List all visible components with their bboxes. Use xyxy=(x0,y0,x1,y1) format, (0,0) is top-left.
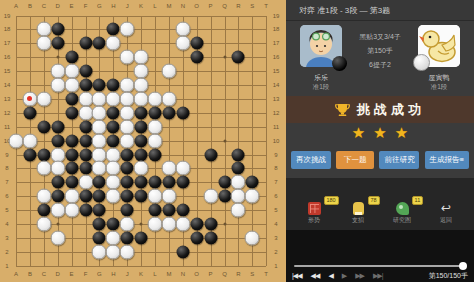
black-stone xyxy=(107,120,120,133)
generate-report-button[interactable]: 生成报告≡ xyxy=(425,151,469,169)
next-problem-button[interactable]: 下一题 xyxy=(336,151,374,169)
white-stone xyxy=(106,175,121,190)
board-coordinate-label: 2 xyxy=(274,249,277,255)
red-board-icon xyxy=(308,202,321,215)
board-coordinate-label: K xyxy=(139,3,143,9)
black-stone xyxy=(79,65,92,78)
board-coordinate-label: 19 xyxy=(273,13,280,19)
star-icon: ★ xyxy=(373,124,386,141)
white-stone xyxy=(36,91,51,106)
white-stone xyxy=(161,91,176,106)
black-stone xyxy=(65,162,78,175)
board-grid-line xyxy=(252,16,253,266)
board-coordinate-label: J xyxy=(126,271,129,277)
challenge-success-text: 挑战成功 xyxy=(357,101,425,119)
black-stone xyxy=(107,106,120,119)
white-stone xyxy=(120,78,135,93)
white-stone xyxy=(134,161,149,176)
white-stone xyxy=(134,91,149,106)
black-stone xyxy=(121,231,134,244)
board-coordinate-label: O xyxy=(194,3,199,9)
black-stone xyxy=(107,218,120,231)
black-stone xyxy=(135,106,148,119)
app-window: AABBCCDDEEFFGGHHJJKKLLMMNNOOPPQQRRSSTT19… xyxy=(0,0,474,282)
komi-label: 黑贴3又3/4子 xyxy=(344,30,416,44)
board-coordinate-label: D xyxy=(56,3,60,9)
star-rating: ★★★ xyxy=(286,124,474,142)
board-coordinate-label: 2 xyxy=(5,249,8,255)
red-board-icon: 180 xyxy=(308,202,321,215)
star-icon: ★ xyxy=(395,124,408,141)
board-coordinate-label: 18 xyxy=(4,26,11,32)
board-coordinate-label: E xyxy=(70,3,74,9)
white-stone xyxy=(36,161,51,176)
board-coordinate-label: B xyxy=(28,271,32,277)
white-stone xyxy=(203,189,218,204)
black-stone xyxy=(79,162,92,175)
white-stone xyxy=(148,217,163,232)
board-coordinate-label: 9 xyxy=(274,152,277,158)
white-stone xyxy=(92,147,107,162)
hoshi-point xyxy=(140,223,143,226)
board-coordinate-label: F xyxy=(84,271,88,277)
retry-button[interactable]: 再次挑战 xyxy=(291,151,331,169)
board-coordinate-label: N xyxy=(181,3,185,9)
info-card: 对弈 准1段 - 3段 — 第3题 xyxy=(286,0,474,178)
captures-label: 6提子2 xyxy=(344,58,416,72)
board-coordinate-label: 11 xyxy=(273,124,279,130)
board-coordinate-label: 3 xyxy=(274,235,277,241)
white-stone xyxy=(36,217,51,232)
white-stone xyxy=(92,244,107,259)
white-stone xyxy=(50,230,65,245)
black-stone xyxy=(190,231,203,244)
white-stone xyxy=(64,78,79,93)
tool-label: 形势 xyxy=(297,217,331,224)
board-coordinate-label: 9 xyxy=(5,152,8,158)
study-diagram-tool[interactable]: 11研究图 xyxy=(385,202,419,224)
white-stone xyxy=(161,161,176,176)
return-arrow-icon: ↩ xyxy=(440,202,453,215)
white-stone xyxy=(106,91,121,106)
white-stone xyxy=(231,175,246,190)
white-stone xyxy=(106,161,121,176)
black-stone xyxy=(135,134,148,147)
black-stone xyxy=(65,51,78,64)
green-stone-icon xyxy=(396,202,409,215)
black-stone xyxy=(121,148,134,161)
black-stone xyxy=(121,204,134,217)
white-stone xyxy=(64,64,79,79)
board-coordinate-label: 13 xyxy=(4,96,11,102)
tools-row: 180形势78支招11研究图↩返回 xyxy=(286,178,474,230)
board-coordinate-label: L xyxy=(153,271,156,277)
black-stone xyxy=(121,190,134,203)
board-coordinate-label: S xyxy=(250,271,254,277)
black-stone xyxy=(204,218,217,231)
black-stone xyxy=(65,148,78,161)
board-coordinate-label: 6 xyxy=(274,193,277,199)
board-coordinate-label: 17 xyxy=(273,40,280,46)
black-stone xyxy=(23,148,36,161)
white-stone xyxy=(92,105,107,120)
board-coordinate-label: 14 xyxy=(273,82,280,88)
black-stone xyxy=(204,148,217,161)
white-stone xyxy=(161,189,176,204)
white-stone xyxy=(148,119,163,134)
white-stone xyxy=(36,189,51,204)
white-stone xyxy=(92,133,107,148)
white-stone xyxy=(106,230,121,245)
white-stone xyxy=(148,189,163,204)
board-grid-line xyxy=(16,266,266,267)
black-player-name: 乐乐 xyxy=(298,73,344,82)
black-stone xyxy=(93,190,106,203)
white-stone xyxy=(64,203,79,218)
black-stone xyxy=(135,231,148,244)
action-buttons: 再次挑战下一题前往研究生成报告≡ xyxy=(286,151,474,169)
white-stone xyxy=(78,175,93,190)
black-stone xyxy=(65,134,78,147)
black-stone xyxy=(121,162,134,175)
white-stone xyxy=(120,91,135,106)
move-number-label: 第150手 xyxy=(344,44,416,58)
move-progress-slider[interactable] xyxy=(294,265,464,267)
white-stone xyxy=(134,50,149,65)
black-stone xyxy=(65,106,78,119)
black-stone xyxy=(149,106,162,119)
board-coordinate-label: M xyxy=(166,271,171,277)
white-stone xyxy=(78,105,93,120)
board-coordinate-label: Q xyxy=(222,3,227,9)
white-stone xyxy=(64,189,79,204)
challenge-success-banner: 挑战成功 xyxy=(286,96,474,123)
hoshi-point xyxy=(223,223,226,226)
white-stone-indicator xyxy=(413,54,430,71)
board-coordinate-label: 4 xyxy=(5,221,8,227)
nav-back-fast-button[interactable]: ◀◀ xyxy=(311,270,320,282)
black-stone xyxy=(51,176,64,189)
board-coordinate-label: A xyxy=(14,3,18,9)
black-stone xyxy=(176,176,189,189)
hint-tool[interactable]: 78支招 xyxy=(341,202,375,224)
black-stone xyxy=(37,148,50,161)
black-stone xyxy=(162,176,175,189)
page-title: 对弈 准1段 - 3段 — 第3题 xyxy=(286,0,474,21)
black-stone xyxy=(51,23,64,36)
white-stone xyxy=(148,91,163,106)
tool-label: 研究图 xyxy=(385,217,419,224)
board-coordinate-label: C xyxy=(42,3,46,9)
black-stone xyxy=(246,176,259,189)
hoshi-point xyxy=(56,223,59,226)
nav-first-button[interactable]: |◀◀ xyxy=(292,270,302,282)
white-stone xyxy=(245,230,260,245)
board-coordinate-label: 4 xyxy=(274,221,277,227)
black-stone xyxy=(121,176,134,189)
white-stone xyxy=(175,161,190,176)
board-coordinate-label: G xyxy=(97,3,102,9)
black-stone xyxy=(176,204,189,217)
white-stone xyxy=(120,244,135,259)
board-coordinate-label: 3 xyxy=(5,235,8,241)
black-stone xyxy=(79,79,92,92)
board-coordinate-label: L xyxy=(153,3,156,9)
white-stone xyxy=(22,133,37,148)
white-stone xyxy=(120,22,135,37)
black-stone xyxy=(232,148,245,161)
board-coordinate-label: 10 xyxy=(273,138,280,144)
trophy-icon xyxy=(335,103,350,117)
board-coordinate-label: 15 xyxy=(4,68,11,74)
board-coordinate-label: T xyxy=(264,3,268,9)
board-coordinate-label: C xyxy=(42,271,46,277)
nav-forward-fast-button[interactable]: ▶▶ xyxy=(355,270,364,282)
board-coordinate-label: 8 xyxy=(274,165,277,171)
white-stone xyxy=(120,217,135,232)
board-coordinate-label: 16 xyxy=(4,54,11,60)
board-coordinate-label: F xyxy=(84,3,88,9)
board-coordinate-label: P xyxy=(209,271,213,277)
black-stone xyxy=(135,148,148,161)
board-coordinate-label: 17 xyxy=(4,40,11,46)
board-coordinate-label: S xyxy=(250,3,254,9)
black-stone xyxy=(79,190,92,203)
board-coordinate-label: H xyxy=(111,3,115,9)
black-stone xyxy=(79,134,92,147)
white-stone xyxy=(134,78,149,93)
green-stone-icon: 11 xyxy=(396,202,409,215)
black-stone xyxy=(149,148,162,161)
board-coordinate-label: Q xyxy=(222,271,227,277)
board-coordinate-label: G xyxy=(97,271,102,277)
white-stone xyxy=(22,91,37,106)
black-stone xyxy=(23,106,36,119)
white-stone xyxy=(106,147,121,162)
board-coordinate-label: 12 xyxy=(4,110,11,116)
board-coordinate-label: 5 xyxy=(5,207,8,213)
white-stone xyxy=(106,244,121,259)
black-stone xyxy=(51,190,64,203)
black-stone xyxy=(51,37,64,50)
black-stone xyxy=(190,218,203,231)
board-coordinate-label: K xyxy=(139,271,143,277)
black-stone xyxy=(79,204,92,217)
board-coordinate-label: 7 xyxy=(5,179,8,185)
board-coordinate-label: E xyxy=(70,271,74,277)
player-black-card: 乐乐 准1段 xyxy=(298,25,344,91)
black-stone xyxy=(93,218,106,231)
board-coordinate-label: 1 xyxy=(5,263,8,269)
black-stone xyxy=(79,148,92,161)
return-arrow-icon: ↩ xyxy=(440,202,453,215)
board-coordinate-label: 16 xyxy=(273,54,280,60)
board-coordinate-label: D xyxy=(56,271,60,277)
white-stone xyxy=(92,119,107,134)
board-coordinate-label: 14 xyxy=(4,82,11,88)
white-stone xyxy=(161,217,176,232)
board-coordinate-label: J xyxy=(126,3,129,9)
black-stone xyxy=(107,23,120,36)
white-stone xyxy=(175,36,190,51)
white-stone xyxy=(9,133,24,148)
black-stone xyxy=(162,106,175,119)
board-coordinate-label: A xyxy=(14,271,18,277)
white-stone xyxy=(92,161,107,176)
board-coordinate-label: 5 xyxy=(274,207,277,213)
white-stone xyxy=(92,91,107,106)
white-stone xyxy=(36,22,51,37)
board-coordinate-label: 7 xyxy=(274,179,277,185)
white-stone xyxy=(134,64,149,79)
go-board[interactable]: AABBCCDDEEFFGGHHJJKKLLMMNNOOPPQQRRSSTT19… xyxy=(0,0,286,282)
black-stone xyxy=(107,79,120,92)
black-stone xyxy=(204,231,217,244)
white-player-rank: 准1段 xyxy=(416,82,462,91)
star-icon: ★ xyxy=(352,124,365,141)
white-stone xyxy=(175,217,190,232)
black-stone xyxy=(232,162,245,175)
board-coordinate-label: M xyxy=(166,3,171,9)
black-stone xyxy=(93,204,106,217)
white-stone xyxy=(50,161,65,176)
white-stone xyxy=(231,203,246,218)
board-grid-line xyxy=(16,252,266,253)
white-stone xyxy=(245,189,260,204)
black-stone xyxy=(93,231,106,244)
tool-count-badge: 11 xyxy=(412,196,424,205)
board-coordinate-label: 6 xyxy=(5,193,8,199)
board-coordinate-label: T xyxy=(264,271,268,277)
black-stone xyxy=(218,176,231,189)
white-stone xyxy=(120,119,135,134)
white-stone xyxy=(50,147,65,162)
white-stone xyxy=(50,78,65,93)
black-stone xyxy=(218,190,231,203)
player-white-card: 屋寅鸭 准1段 xyxy=(416,25,462,91)
board-coordinate-label: 1 xyxy=(274,263,277,269)
board-coordinate-label: 18 xyxy=(273,26,280,32)
tool-label: 返回 xyxy=(429,217,463,224)
board-coordinate-label: 13 xyxy=(273,96,280,102)
board-coordinate-label: H xyxy=(111,271,115,277)
nav-last-button[interactable]: ▶▶| xyxy=(373,270,383,282)
tool-label: 支招 xyxy=(341,217,375,224)
tool-count-badge: 78 xyxy=(368,196,380,205)
tool-count-badge: 180 xyxy=(324,196,339,205)
hoshi-point xyxy=(223,56,226,59)
back-tool[interactable]: ↩返回 xyxy=(429,202,463,224)
board-coordinate-label: 19 xyxy=(4,13,11,19)
board-grid-line xyxy=(266,16,267,266)
go-study-button[interactable]: 前往研究 xyxy=(379,151,419,169)
white-stone xyxy=(78,91,93,106)
white-stone xyxy=(231,189,246,204)
board-coordinate-label: P xyxy=(209,3,213,9)
hoshi-point xyxy=(56,56,59,59)
hoshi-point xyxy=(223,139,226,142)
black-stone xyxy=(93,176,106,189)
board-coordinate-label: N xyxy=(181,271,185,277)
black-stone xyxy=(135,120,148,133)
black-stone xyxy=(149,204,162,217)
white-stone xyxy=(120,50,135,65)
side-panel: 对弈 准1段 - 3段 — 第3题 xyxy=(286,0,474,282)
black-stone xyxy=(190,37,203,50)
avatar-black-player xyxy=(300,25,342,67)
black-stone xyxy=(135,176,148,189)
board-coordinate-label: O xyxy=(194,271,199,277)
board-coordinate-label: R xyxy=(236,271,240,277)
black-stone xyxy=(176,245,189,258)
black-stone xyxy=(232,51,245,64)
black-stone xyxy=(65,176,78,189)
board-coordinate-label: 15 xyxy=(273,68,280,74)
white-stone xyxy=(120,105,135,120)
last-move-marker xyxy=(27,96,32,101)
white-player-name: 屋寅鸭 xyxy=(416,73,462,82)
black-stone xyxy=(79,37,92,50)
black-stone xyxy=(79,120,92,133)
yellow-hand-icon: 78 xyxy=(352,202,365,215)
territory-tool[interactable]: 180形势 xyxy=(297,202,331,224)
white-stone xyxy=(161,64,176,79)
black-stone xyxy=(107,134,120,147)
black-stone xyxy=(51,120,64,133)
board-coordinate-label: B xyxy=(28,3,32,9)
yellow-hand-icon xyxy=(353,202,364,215)
avatar-white-player xyxy=(418,25,460,67)
white-stone xyxy=(106,36,121,51)
black-stone xyxy=(190,51,203,64)
white-stone xyxy=(148,133,163,148)
board-coordinate-label: 8 xyxy=(5,165,8,171)
game-info: 黑贴3又3/4子 第150手 6提子2 xyxy=(344,30,416,72)
black-stone xyxy=(51,134,64,147)
white-stone xyxy=(50,64,65,79)
replay-nav: |◀◀◀◀◀▶▶▶▶▶|第150/150手 xyxy=(286,270,474,282)
move-counter-label: 第150/150手 xyxy=(429,271,468,281)
white-stone xyxy=(175,22,190,37)
white-stone xyxy=(120,133,135,148)
black-stone xyxy=(93,37,106,50)
black-stone xyxy=(65,92,78,105)
white-stone xyxy=(106,189,121,204)
board-coordinate-label: 11 xyxy=(4,124,10,130)
white-stone xyxy=(36,36,51,51)
black-stone xyxy=(149,176,162,189)
black-player-rank: 准1段 xyxy=(298,82,344,91)
white-stone xyxy=(50,203,65,218)
black-stone xyxy=(37,120,50,133)
nav-back-button[interactable]: ◀ xyxy=(328,270,332,282)
board-coordinate-label: R xyxy=(236,3,240,9)
black-stone xyxy=(93,79,106,92)
board-coordinate-label: 12 xyxy=(273,110,280,116)
nav-forward-button[interactable]: ▶ xyxy=(342,270,346,282)
black-stone xyxy=(176,106,189,119)
black-stone xyxy=(37,204,50,217)
black-stone xyxy=(162,204,175,217)
slider-knob[interactable] xyxy=(459,262,467,270)
black-stone xyxy=(135,190,148,203)
